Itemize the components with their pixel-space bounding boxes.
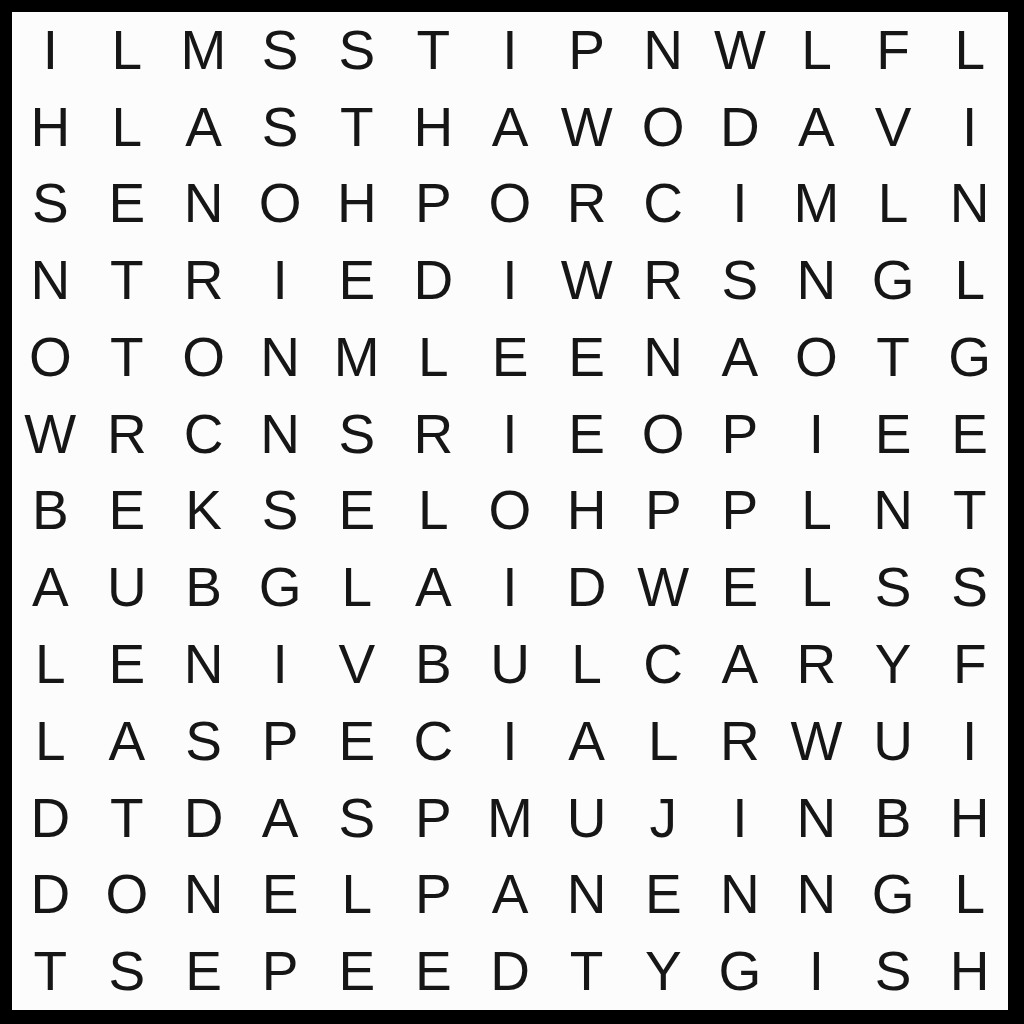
grid-cell[interactable]: S [855,933,932,1010]
grid-cell[interactable]: E [89,166,166,243]
grid-cell[interactable]: R [625,242,702,319]
grid-cell[interactable]: G [931,319,1008,396]
grid-cell[interactable]: R [548,166,625,243]
grid-cell[interactable]: A [89,703,166,780]
grid-cell[interactable]: G [855,856,932,933]
grid-cell[interactable]: L [931,12,1008,89]
grid-cell[interactable]: L [395,473,472,550]
grid-cell[interactable]: L [12,626,89,703]
grid-cell[interactable]: W [702,12,779,89]
grid-cell[interactable]: L [89,89,166,166]
grid-cell[interactable]: E [931,396,1008,473]
grid-cell[interactable]: U [855,703,932,780]
grid-cell[interactable]: S [318,12,395,89]
grid-cell[interactable]: A [395,549,472,626]
grid-cell[interactable]: M [165,12,242,89]
grid-cell[interactable]: N [12,242,89,319]
grid-cell[interactable]: L [855,166,932,243]
grid-cell[interactable]: P [548,12,625,89]
grid-cell[interactable]: L [395,319,472,396]
grid-cell[interactable]: C [625,626,702,703]
grid-cell[interactable]: Y [625,933,702,1010]
grid-cell[interactable]: B [12,473,89,550]
grid-cell[interactable]: R [89,396,166,473]
grid-cell[interactable]: F [855,12,932,89]
grid-cell[interactable]: I [242,242,319,319]
grid-cell[interactable]: U [472,626,549,703]
grid-cell[interactable]: V [318,626,395,703]
grid-cell[interactable]: R [778,626,855,703]
grid-cell[interactable]: P [242,703,319,780]
grid-cell[interactable]: E [472,319,549,396]
grid-cell[interactable]: O [472,473,549,550]
grid-cell[interactable]: W [625,549,702,626]
grid-cell[interactable]: O [472,166,549,243]
grid-cell[interactable]: D [702,89,779,166]
grid-cell[interactable]: E [165,933,242,1010]
grid-cell[interactable]: W [548,242,625,319]
grid-cell[interactable]: E [318,703,395,780]
grid-cell[interactable]: D [548,549,625,626]
grid-cell[interactable]: G [242,549,319,626]
grid-cell[interactable]: L [548,626,625,703]
grid-cell[interactable]: G [855,242,932,319]
grid-cell[interactable]: C [165,396,242,473]
grid-cell[interactable]: M [472,780,549,857]
grid-cell[interactable]: O [778,319,855,396]
grid-cell[interactable]: A [548,703,625,780]
grid-cell[interactable]: S [318,780,395,857]
grid-cell[interactable]: L [778,549,855,626]
grid-cell[interactable]: N [165,856,242,933]
grid-cell[interactable]: H [318,166,395,243]
grid-cell[interactable]: S [318,396,395,473]
grid-cell[interactable]: T [548,933,625,1010]
grid-cell[interactable]: P [625,473,702,550]
grid-cell[interactable]: E [395,933,472,1010]
grid-cell[interactable]: I [12,12,89,89]
grid-cell[interactable]: H [931,933,1008,1010]
grid-cell[interactable]: N [778,780,855,857]
grid-cell[interactable]: K [165,473,242,550]
grid-cell[interactable]: A [702,626,779,703]
grid-cell[interactable]: C [625,166,702,243]
grid-cell[interactable]: I [931,703,1008,780]
grid-cell[interactable]: I [931,89,1008,166]
grid-cell[interactable]: W [12,396,89,473]
grid-cell[interactable]: J [625,780,702,857]
grid-cell[interactable]: N [242,319,319,396]
grid-cell[interactable]: E [89,626,166,703]
grid-cell[interactable]: S [242,12,319,89]
grid-cell[interactable]: E [242,856,319,933]
grid-cell[interactable]: N [625,12,702,89]
grid-cell[interactable]: I [778,396,855,473]
grid-cell[interactable]: I [242,626,319,703]
grid-cell[interactable]: M [318,319,395,396]
grid-cell[interactable]: S [242,89,319,166]
grid-cell[interactable]: N [165,626,242,703]
grid-cell[interactable]: D [12,780,89,857]
grid-cell[interactable]: N [548,856,625,933]
grid-cell[interactable]: L [318,549,395,626]
grid-cell[interactable]: O [12,319,89,396]
grid-cell[interactable]: L [89,12,166,89]
grid-cell[interactable]: A [12,549,89,626]
grid-cell[interactable]: I [472,12,549,89]
grid-cell[interactable]: L [12,703,89,780]
grid-cell[interactable]: P [242,933,319,1010]
grid-cell[interactable]: I [472,396,549,473]
board-frame: ILMSSTIPNWLFLHLASTHAWODAVISENOHPORCIMLNN… [0,0,1024,1024]
grid-cell[interactable]: L [778,12,855,89]
grid-cell[interactable]: E [89,473,166,550]
grid-cell[interactable]: B [165,549,242,626]
grid-cell[interactable]: A [472,856,549,933]
grid-cell[interactable]: B [395,626,472,703]
grid-cell[interactable]: E [318,473,395,550]
grid-cell[interactable]: N [855,473,932,550]
grid-cell[interactable]: S [12,166,89,243]
grid-cell[interactable]: E [318,933,395,1010]
grid-cell[interactable]: T [89,242,166,319]
grid-cell[interactable]: U [548,780,625,857]
grid-cell[interactable]: A [778,89,855,166]
grid-cell[interactable]: S [702,242,779,319]
grid-cell[interactable]: D [395,242,472,319]
grid-cell[interactable]: D [472,933,549,1010]
grid-cell[interactable]: N [778,242,855,319]
grid-cell[interactable]: P [395,166,472,243]
grid-cell[interactable]: Y [855,626,932,703]
grid-cell[interactable]: E [318,242,395,319]
grid-cell[interactable]: E [548,396,625,473]
grid-cell[interactable]: L [625,703,702,780]
grid-cell[interactable]: P [395,856,472,933]
grid-cell[interactable]: O [625,396,702,473]
grid-cell[interactable]: R [395,396,472,473]
grid-cell[interactable]: F [931,626,1008,703]
grid-cell[interactable]: E [625,856,702,933]
grid-cell[interactable]: S [165,703,242,780]
grid-cell[interactable]: I [702,166,779,243]
grid-cell[interactable]: I [702,780,779,857]
grid-cell[interactable]: E [702,549,779,626]
grid-cell[interactable]: A [165,89,242,166]
grid-cell[interactable]: S [89,933,166,1010]
grid-cell[interactable]: O [165,319,242,396]
grid-cell[interactable]: L [931,856,1008,933]
grid-cell[interactable]: M [778,166,855,243]
grid-cell[interactable]: O [89,856,166,933]
grid-cell[interactable]: I [472,703,549,780]
grid-cell[interactable]: D [165,780,242,857]
grid-cell[interactable]: G [702,933,779,1010]
grid-cell[interactable]: N [165,166,242,243]
grid-cell[interactable]: L [931,242,1008,319]
grid-cell[interactable]: H [548,473,625,550]
grid-cell[interactable]: A [702,319,779,396]
grid-cell[interactable]: W [548,89,625,166]
grid-cell[interactable]: P [702,473,779,550]
grid-cell[interactable]: W [778,703,855,780]
grid-cell[interactable]: E [548,319,625,396]
grid-cell[interactable]: I [778,933,855,1010]
grid-cell[interactable]: H [12,89,89,166]
word-search-board: ILMSSTIPNWLFLHLASTHAWODAVISENOHPORCIMLNN… [12,12,1008,1010]
grid-cell[interactable]: T [855,319,932,396]
grid-cell[interactable]: H [395,89,472,166]
grid-cell[interactable]: U [89,549,166,626]
grid-cell[interactable]: N [702,856,779,933]
grid-cell[interactable]: V [855,89,932,166]
grid-cell[interactable]: O [242,166,319,243]
grid-cell[interactable]: N [931,166,1008,243]
grid-cell[interactable]: N [625,319,702,396]
grid-cell[interactable]: H [931,780,1008,857]
grid-cell[interactable]: T [931,473,1008,550]
grid-cell[interactable]: T [12,933,89,1010]
grid-cell[interactable]: A [242,780,319,857]
grid-cell[interactable]: R [702,703,779,780]
grid-cell[interactable]: D [12,856,89,933]
grid-cell[interactable]: N [242,396,319,473]
grid-cell[interactable]: O [625,89,702,166]
grid-cell[interactable]: I [472,242,549,319]
grid-cell[interactable]: T [89,319,166,396]
grid-cell[interactable]: B [855,780,932,857]
grid-cell[interactable]: S [855,549,932,626]
grid-cell[interactable]: I [472,549,549,626]
grid-cell[interactable]: E [855,396,932,473]
grid-cell[interactable]: P [702,396,779,473]
grid-cell[interactable]: S [931,549,1008,626]
grid-cell[interactable]: S [242,473,319,550]
grid-cell[interactable]: P [395,780,472,857]
grid-cell[interactable]: N [778,856,855,933]
grid-cell[interactable]: T [89,780,166,857]
grid-cell[interactable]: L [318,856,395,933]
grid-cell[interactable]: T [318,89,395,166]
grid-cell[interactable]: A [472,89,549,166]
grid-cell[interactable]: C [395,703,472,780]
grid-cell[interactable]: L [778,473,855,550]
grid-cell[interactable]: T [395,12,472,89]
grid-cell[interactable]: R [165,242,242,319]
